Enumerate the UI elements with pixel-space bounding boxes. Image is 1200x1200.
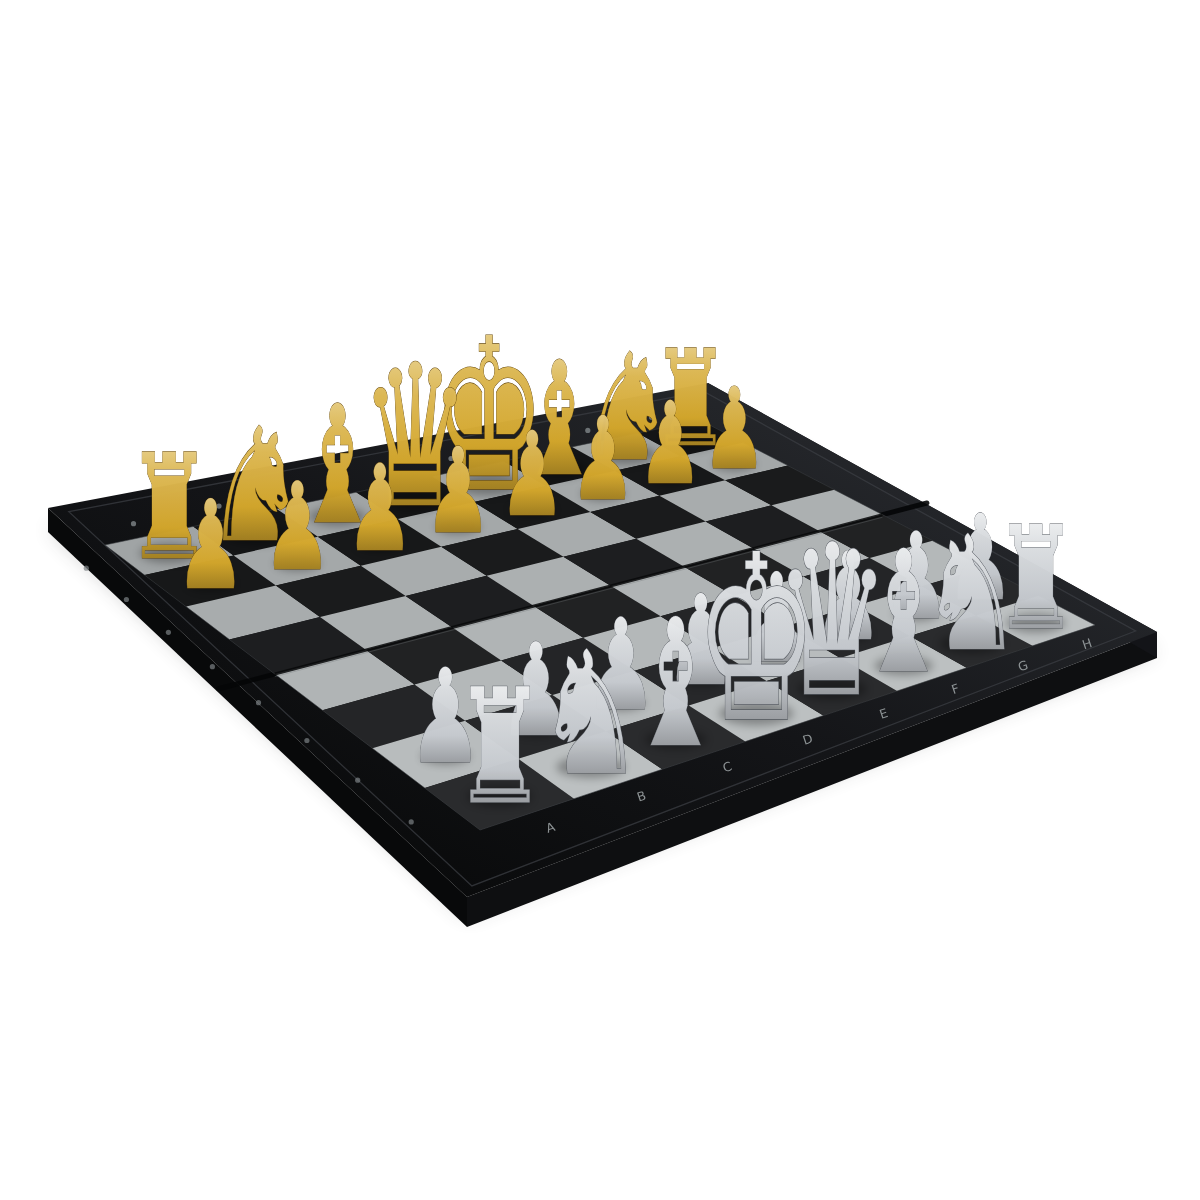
piece-gold-pawn-e7: ♟ — [499, 406, 566, 542]
frame-rivet — [210, 664, 215, 669]
chess-set-photo: ABCDEFGH♜♞♟♝♟♚♟♛♟♝♟♞♟♜♟♟♟♟♜♟♞♟♝♟♛♟♚♟♝♟♞♜ — [0, 0, 1200, 1200]
piece-gold-pawn-c7: ♟ — [345, 439, 414, 578]
frame-rivet — [355, 778, 360, 783]
frame-rivet — [84, 566, 89, 571]
piece-gold-pawn-b7: ♟ — [263, 455, 333, 597]
piece-gold-pawn-a7: ♟ — [175, 474, 246, 617]
piece-silver-knight-b1: ♞ — [535, 614, 645, 813]
chessboard: ABCDEFGH♜♞♟♝♟♚♟♛♟♝♟♞♟♜♟♟♟♟♜♟♞♟♝♟♛♟♚♟♝♟♞♜ — [0, 0, 1200, 1200]
frame-rivet — [409, 819, 414, 824]
frame-rivet — [304, 738, 309, 743]
frame-rivet — [256, 700, 261, 705]
piece-gold-pawn-f7: ♟ — [570, 391, 636, 526]
piece-gold-pawn-d7: ♟ — [424, 422, 492, 559]
frame-rivet — [124, 597, 129, 602]
frame-rivet — [166, 630, 171, 635]
piece-silver-rook-a1: ♜ — [453, 656, 547, 840]
piece-gold-pawn-g7: ♟ — [637, 377, 702, 510]
piece-gold-pawn-h7: ♟ — [702, 363, 767, 494]
